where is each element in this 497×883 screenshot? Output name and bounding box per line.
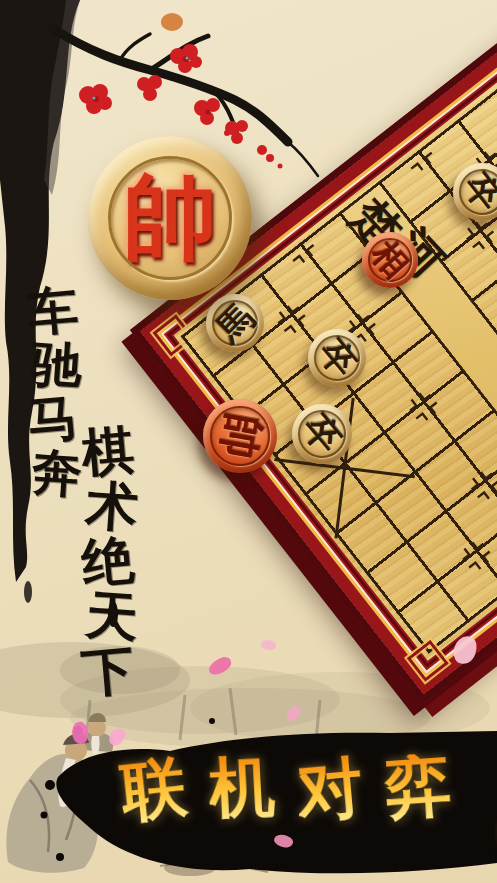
piece-black-1[interactable]: 卒 xyxy=(308,329,366,387)
piece-char: 卒 xyxy=(312,333,361,382)
slogan-column-2: 棋术绝天下 xyxy=(84,426,136,698)
piece-black-3[interactable]: 卒 xyxy=(292,404,352,464)
slogan-column-1: 车驰马奔 xyxy=(30,286,80,498)
banner-char-1: 机 xyxy=(207,753,276,822)
petal-0 xyxy=(206,655,234,678)
banner-char-3: 弈 xyxy=(383,752,453,822)
piece-red-4[interactable]: 相 xyxy=(362,232,418,288)
banner-char-4: ， xyxy=(473,777,497,843)
splash-screen: 车驰马奔 棋术绝天下 楚 河 馬卒帥卒相卒 帥 xyxy=(0,0,497,883)
slogan1-char-1: 驰 xyxy=(30,338,83,391)
piece-black-0[interactable]: 馬 xyxy=(206,294,264,352)
piece-char: 卒 xyxy=(297,409,348,460)
slogan1-char-2: 马 xyxy=(26,392,80,446)
slogan2-char-2: 绝 xyxy=(80,534,136,590)
piece-char: 相 xyxy=(366,236,414,284)
piece-char: 馬 xyxy=(210,298,259,347)
slogan2-char-0: 棋 xyxy=(80,424,136,480)
slogan2-char-3: 天 xyxy=(84,589,140,645)
banner-char-0: 联 xyxy=(118,754,191,827)
petal-1 xyxy=(260,638,277,652)
banner-char-2: 对 xyxy=(294,754,366,826)
slogan1-char-0: 车 xyxy=(26,284,80,338)
slogan2-char-1: 术 xyxy=(84,479,140,535)
piece-char: 卒 xyxy=(457,167,497,216)
slogan1-char-3: 奔 xyxy=(30,446,83,499)
piece-char: 帥 xyxy=(215,411,266,462)
banner-text: 联机对弈， xyxy=(121,757,497,823)
piece-red-2[interactable]: 帥 xyxy=(203,399,277,473)
hero-general-char: 帥 xyxy=(123,171,217,265)
hero-general-piece: 帥 xyxy=(88,136,252,300)
